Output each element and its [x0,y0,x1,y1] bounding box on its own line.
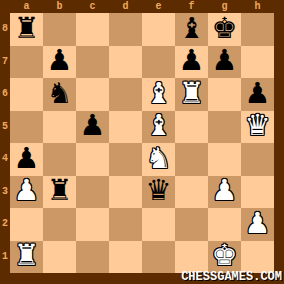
square-g3[interactable]: ♟ [208,176,241,209]
square-b6[interactable]: ♞ [43,78,76,111]
square-h2[interactable]: ♟ [241,208,274,241]
piece-black-pawn: ♟ [14,144,40,173]
piece-white-pawn: ♟ [245,209,271,238]
piece-black-pawn: ♟ [179,46,205,75]
rank-label-5: 5 [0,111,10,144]
square-c8[interactable] [76,13,109,46]
square-b2[interactable] [43,208,76,241]
square-g8[interactable]: ♚ [208,13,241,46]
square-d6[interactable] [109,78,142,111]
square-d4[interactable] [109,143,142,176]
square-f8[interactable]: ♝ [175,13,208,46]
file-label-h: h [241,0,274,13]
piece-black-pawn: ♟ [80,111,106,140]
rank-label-7: 7 [0,46,10,79]
piece-black-pawn: ♟ [212,46,238,75]
square-h8[interactable] [241,13,274,46]
rank-label-2: 2 [0,208,10,241]
square-a8[interactable]: ♜ [10,13,43,46]
square-h7[interactable] [241,46,274,79]
square-c5[interactable]: ♟ [76,111,109,144]
piece-white-pawn: ♟ [212,176,238,205]
file-labels: abcdefgh [10,0,274,13]
square-a7[interactable] [10,46,43,79]
square-g4[interactable] [208,143,241,176]
square-e3[interactable]: ♛ [142,176,175,209]
square-c2[interactable] [76,208,109,241]
square-b1[interactable] [43,241,76,274]
piece-white-rook: ♜ [14,241,40,270]
square-h1[interactable] [241,241,274,274]
square-h5[interactable]: ♛ [241,111,274,144]
piece-black-knight: ♞ [47,79,73,108]
square-a4[interactable]: ♟ [10,143,43,176]
square-f3[interactable] [175,176,208,209]
piece-white-king: ♚ [212,241,238,270]
watermark-text: CHESSGAMES.COM [181,271,282,284]
square-e4[interactable]: ♞ [142,143,175,176]
piece-white-pawn: ♟ [14,176,40,205]
file-label-a: a [10,0,43,13]
rank-label-8: 8 [0,13,10,46]
file-label-e: e [142,0,175,13]
square-g7[interactable]: ♟ [208,46,241,79]
square-e5[interactable]: ♝ [142,111,175,144]
piece-black-queen: ♛ [146,176,172,205]
square-f4[interactable] [175,143,208,176]
square-f1[interactable] [175,241,208,274]
square-b4[interactable] [43,143,76,176]
piece-black-rook: ♜ [47,176,73,205]
rank-label-6: 6 [0,78,10,111]
piece-white-rook: ♜ [179,79,205,108]
square-c3[interactable] [76,176,109,209]
square-f7[interactable]: ♟ [175,46,208,79]
piece-black-king: ♚ [212,14,238,43]
piece-black-rook: ♜ [14,14,40,43]
file-label-g: g [208,0,241,13]
square-a6[interactable] [10,78,43,111]
square-a2[interactable] [10,208,43,241]
square-g6[interactable] [208,78,241,111]
square-b7[interactable]: ♟ [43,46,76,79]
square-g1[interactable]: ♚ [208,241,241,274]
square-a1[interactable]: ♜ [10,241,43,274]
piece-white-bishop: ♝ [146,79,172,108]
rank-label-4: 4 [0,143,10,176]
file-label-f: f [175,0,208,13]
square-g5[interactable] [208,111,241,144]
square-g2[interactable] [208,208,241,241]
rank-label-1: 1 [0,241,10,274]
square-h4[interactable] [241,143,274,176]
piece-white-bishop: ♝ [146,111,172,140]
square-c6[interactable] [76,78,109,111]
square-c1[interactable] [76,241,109,274]
rank-label-3: 3 [0,176,10,209]
square-c4[interactable] [76,143,109,176]
chess-board-frame: abcdefgh 87654321 ♜♝♚♟♟♟♞♝♜♟♟♝♛♟♞♟♜♛♟♟♜♚… [0,0,284,284]
square-d2[interactable] [109,208,142,241]
square-f6[interactable]: ♜ [175,78,208,111]
piece-black-pawn: ♟ [245,79,271,108]
piece-white-queen: ♛ [245,111,271,140]
chess-board: ♜♝♚♟♟♟♞♝♜♟♟♝♛♟♞♟♜♛♟♟♜♚ [10,13,274,273]
square-d8[interactable] [109,13,142,46]
square-a3[interactable]: ♟ [10,176,43,209]
square-e8[interactable] [142,13,175,46]
square-c7[interactable] [76,46,109,79]
file-label-d: d [109,0,142,13]
square-h6[interactable]: ♟ [241,78,274,111]
square-e7[interactable] [142,46,175,79]
square-b5[interactable] [43,111,76,144]
square-d5[interactable] [109,111,142,144]
square-f2[interactable] [175,208,208,241]
file-label-c: c [76,0,109,13]
square-b3[interactable]: ♜ [43,176,76,209]
rank-labels: 87654321 [0,13,10,273]
piece-black-bishop: ♝ [179,14,205,43]
square-d3[interactable] [109,176,142,209]
square-h3[interactable] [241,176,274,209]
piece-black-pawn: ♟ [47,46,73,75]
file-label-b: b [43,0,76,13]
square-d1[interactable] [109,241,142,274]
square-a5[interactable] [10,111,43,144]
square-f5[interactable] [175,111,208,144]
square-e2[interactable] [142,208,175,241]
square-b8[interactable] [43,13,76,46]
piece-white-knight: ♞ [146,144,172,173]
square-e1[interactable] [142,241,175,274]
square-d7[interactable] [109,46,142,79]
square-e6[interactable]: ♝ [142,78,175,111]
